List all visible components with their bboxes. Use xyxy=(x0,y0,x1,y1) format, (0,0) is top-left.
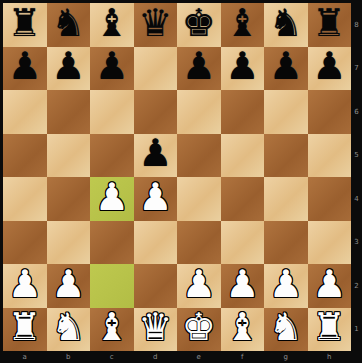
piece-black-king[interactable]: ♚ xyxy=(182,4,216,42)
square-h7[interactable]: ♟ xyxy=(308,47,352,91)
square-a1[interactable]: ♜ xyxy=(3,308,47,352)
piece-black-rook[interactable]: ♜ xyxy=(8,4,42,42)
file-label-c: c xyxy=(90,351,134,363)
square-h4[interactable] xyxy=(308,177,352,221)
rank-label-7: 7 xyxy=(351,47,362,91)
square-d7[interactable] xyxy=(134,47,178,91)
square-f5[interactable] xyxy=(221,134,265,178)
file-label-f: f xyxy=(221,351,265,363)
square-d2[interactable] xyxy=(134,264,178,308)
square-h2[interactable]: ♟ xyxy=(308,264,352,308)
square-e3[interactable] xyxy=(177,221,221,265)
square-e6[interactable] xyxy=(177,90,221,134)
rank-label-4: 4 xyxy=(351,177,362,221)
square-c3[interactable] xyxy=(90,221,134,265)
square-b7[interactable]: ♟ xyxy=(47,47,91,91)
piece-white-pawn[interactable]: ♟ xyxy=(312,265,346,303)
file-label-e: e xyxy=(177,351,221,363)
square-c7[interactable]: ♟ xyxy=(90,47,134,91)
piece-white-pawn[interactable]: ♟ xyxy=(95,178,129,216)
square-h8[interactable]: ♜ xyxy=(308,3,352,47)
square-c4[interactable]: ♟ xyxy=(90,177,134,221)
square-d3[interactable] xyxy=(134,221,178,265)
piece-black-pawn[interactable]: ♟ xyxy=(225,47,259,85)
square-a7[interactable]: ♟ xyxy=(3,47,47,91)
square-b5[interactable] xyxy=(47,134,91,178)
square-f3[interactable] xyxy=(221,221,265,265)
piece-black-knight[interactable]: ♞ xyxy=(51,4,85,42)
square-d1[interactable]: ♛ xyxy=(134,308,178,352)
square-g3[interactable] xyxy=(264,221,308,265)
file-label-h: h xyxy=(308,351,352,363)
square-d5[interactable]: ♟ xyxy=(134,134,178,178)
piece-white-knight[interactable]: ♞ xyxy=(269,308,303,346)
piece-black-pawn[interactable]: ♟ xyxy=(312,47,346,85)
square-h5[interactable] xyxy=(308,134,352,178)
rank-label-5: 5 xyxy=(351,134,362,178)
piece-white-pawn[interactable]: ♟ xyxy=(225,265,259,303)
square-g4[interactable] xyxy=(264,177,308,221)
square-e1[interactable]: ♚ xyxy=(177,308,221,352)
piece-white-king[interactable]: ♚ xyxy=(182,308,216,346)
file-coordinates: abcdefgh xyxy=(3,351,351,363)
square-d8[interactable]: ♛ xyxy=(134,3,178,47)
piece-black-pawn[interactable]: ♟ xyxy=(51,47,85,85)
piece-black-bishop[interactable]: ♝ xyxy=(225,4,259,42)
square-a4[interactable] xyxy=(3,177,47,221)
rank-label-1: 1 xyxy=(351,308,362,352)
square-f7[interactable]: ♟ xyxy=(221,47,265,91)
piece-black-knight[interactable]: ♞ xyxy=(269,4,303,42)
square-f2[interactable]: ♟ xyxy=(221,264,265,308)
chess-board: ♜♞♝♛♚♝♞♜♟♟♟♟♟♟♟♟♟♟♟♟♟♟♟♟♜♞♝♛♚♝♞♜ xyxy=(3,3,351,351)
rank-label-3: 3 xyxy=(351,221,362,265)
piece-white-pawn[interactable]: ♟ xyxy=(138,178,172,216)
file-label-b: b xyxy=(47,351,91,363)
square-e8[interactable]: ♚ xyxy=(177,3,221,47)
square-e7[interactable]: ♟ xyxy=(177,47,221,91)
square-e2[interactable]: ♟ xyxy=(177,264,221,308)
piece-white-rook[interactable]: ♜ xyxy=(8,308,42,346)
piece-black-pawn[interactable]: ♟ xyxy=(269,47,303,85)
square-e5[interactable] xyxy=(177,134,221,178)
piece-white-pawn[interactable]: ♟ xyxy=(182,265,216,303)
square-a6[interactable] xyxy=(3,90,47,134)
square-g6[interactable] xyxy=(264,90,308,134)
piece-black-pawn[interactable]: ♟ xyxy=(8,47,42,85)
square-f8[interactable]: ♝ xyxy=(221,3,265,47)
square-c1[interactable]: ♝ xyxy=(90,308,134,352)
square-b6[interactable] xyxy=(47,90,91,134)
piece-black-bishop[interactable]: ♝ xyxy=(95,4,129,42)
square-h1[interactable]: ♜ xyxy=(308,308,352,352)
square-c5[interactable] xyxy=(90,134,134,178)
piece-black-pawn[interactable]: ♟ xyxy=(138,134,172,172)
square-g1[interactable]: ♞ xyxy=(264,308,308,352)
piece-white-pawn[interactable]: ♟ xyxy=(269,265,303,303)
rank-label-6: 6 xyxy=(351,90,362,134)
piece-white-bishop[interactable]: ♝ xyxy=(95,308,129,346)
square-h3[interactable] xyxy=(308,221,352,265)
file-label-a: a xyxy=(3,351,47,363)
square-c6[interactable] xyxy=(90,90,134,134)
piece-white-queen[interactable]: ♛ xyxy=(138,308,172,346)
square-g7[interactable]: ♟ xyxy=(264,47,308,91)
square-b8[interactable]: ♞ xyxy=(47,3,91,47)
square-e4[interactable] xyxy=(177,177,221,221)
piece-white-bishop[interactable]: ♝ xyxy=(225,308,259,346)
square-a2[interactable]: ♟ xyxy=(3,264,47,308)
square-b3[interactable] xyxy=(47,221,91,265)
square-b4[interactable] xyxy=(47,177,91,221)
rank-label-8: 8 xyxy=(351,3,362,47)
square-b1[interactable]: ♞ xyxy=(47,308,91,352)
piece-white-pawn[interactable]: ♟ xyxy=(8,265,42,303)
square-g5[interactable] xyxy=(264,134,308,178)
square-f6[interactable] xyxy=(221,90,265,134)
square-b2[interactable]: ♟ xyxy=(47,264,91,308)
square-a5[interactable] xyxy=(3,134,47,178)
square-f4[interactable] xyxy=(221,177,265,221)
piece-black-pawn[interactable]: ♟ xyxy=(182,47,216,85)
square-d4[interactable]: ♟ xyxy=(134,177,178,221)
square-f1[interactable]: ♝ xyxy=(221,308,265,352)
square-d6[interactable] xyxy=(134,90,178,134)
chess-board-page: ♜♞♝♛♚♝♞♜♟♟♟♟♟♟♟♟♟♟♟♟♟♟♟♟♜♞♝♛♚♝♞♜ 8765432… xyxy=(0,0,362,363)
square-c8[interactable]: ♝ xyxy=(90,3,134,47)
piece-white-pawn[interactable]: ♟ xyxy=(51,265,85,303)
piece-white-rook[interactable]: ♜ xyxy=(312,308,346,346)
rank-label-2: 2 xyxy=(351,264,362,308)
square-h6[interactable] xyxy=(308,90,352,134)
piece-white-knight[interactable]: ♞ xyxy=(51,308,85,346)
square-g2[interactable]: ♟ xyxy=(264,264,308,308)
rank-coordinates: 87654321 xyxy=(351,3,362,351)
square-a3[interactable] xyxy=(3,221,47,265)
file-label-g: g xyxy=(264,351,308,363)
piece-black-queen[interactable]: ♛ xyxy=(138,4,172,42)
piece-black-pawn[interactable]: ♟ xyxy=(95,47,129,85)
square-a8[interactable]: ♜ xyxy=(3,3,47,47)
piece-black-rook[interactable]: ♜ xyxy=(312,4,346,42)
square-c2[interactable] xyxy=(90,264,134,308)
square-g8[interactable]: ♞ xyxy=(264,3,308,47)
file-label-d: d xyxy=(134,351,178,363)
